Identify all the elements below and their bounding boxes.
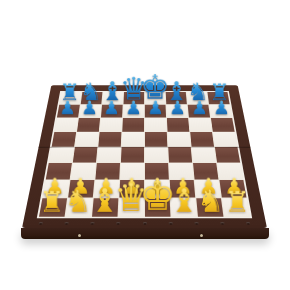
frame-dot: [194, 222, 198, 225]
frame-dot: [117, 222, 121, 225]
square-c6[interactable]: [100, 118, 122, 132]
frame-dot: [39, 222, 43, 225]
board-playfield: ♜♞♝♛♚♝♞♜♟♟♟♟♟♟♟♟♟♟♟♟♟♟♟♟♜♞♝♛♚♝♞♜: [37, 91, 252, 218]
square-c7[interactable]: ♟: [101, 105, 123, 118]
clasp-dot: [200, 234, 203, 237]
piece-blue-pawn[interactable]: ♟: [191, 99, 208, 118]
piece-yellow-rook[interactable]: ♜: [224, 188, 250, 216]
square-d6[interactable]: [122, 118, 144, 132]
square-e4[interactable]: [145, 147, 168, 162]
board-grid: ♜♞♝♛♚♝♞♜♟♟♟♟♟♟♟♟♟♟♟♟♟♟♟♟♜♞♝♛♚♝♞♜: [39, 92, 250, 217]
square-a1[interactable]: ♜: [39, 198, 67, 217]
square-f5[interactable]: [168, 132, 191, 146]
frame-dot: [246, 222, 250, 225]
square-g6[interactable]: [189, 118, 212, 132]
piece-blue-pawn[interactable]: ♟: [59, 99, 76, 118]
frame-dot: [143, 222, 147, 225]
frame-dot: [168, 222, 172, 225]
chess-board: ♜♞♝♛♚♝♞♜♟♟♟♟♟♟♟♟♟♟♟♟♟♟♟♟♜♞♝♛♚♝♞♜: [22, 85, 267, 228]
square-a7[interactable]: ♟: [57, 105, 80, 118]
square-d7[interactable]: ♟: [123, 105, 144, 118]
piece-blue-pawn[interactable]: ♟: [169, 99, 186, 118]
square-f4[interactable]: [168, 147, 192, 162]
piece-blue-pawn[interactable]: ♟: [213, 99, 230, 118]
square-c5[interactable]: [98, 132, 121, 146]
chess-scene: ♜♞♝♛♚♝♞♜♟♟♟♟♟♟♟♟♟♟♟♟♟♟♟♟♜♞♝♛♚♝♞♜: [0, 0, 290, 290]
piece-blue-pawn[interactable]: ♟: [125, 99, 142, 118]
piece-yellow-bishop[interactable]: ♝: [170, 184, 199, 216]
square-e1[interactable]: ♚: [145, 198, 171, 217]
piece-blue-pawn[interactable]: ♟: [103, 99, 120, 118]
piece-blue-pawn[interactable]: ♟: [147, 99, 164, 118]
square-b4[interactable]: [73, 147, 98, 162]
square-h6[interactable]: [211, 118, 235, 132]
square-b5[interactable]: [75, 132, 99, 146]
square-a6[interactable]: [54, 118, 78, 132]
square-b7[interactable]: ♟: [79, 105, 101, 118]
square-g1[interactable]: ♞: [196, 198, 223, 217]
piece-blue-pawn[interactable]: ♟: [81, 99, 98, 118]
square-f1[interactable]: ♝: [171, 198, 197, 217]
square-e5[interactable]: [145, 132, 167, 146]
clasp-dot: [78, 234, 81, 237]
square-a5[interactable]: [52, 132, 76, 146]
square-g7[interactable]: ♟: [188, 105, 210, 118]
board-front-edge: [21, 228, 269, 239]
piece-yellow-rook[interactable]: ♜: [39, 188, 65, 216]
square-e6[interactable]: [145, 118, 167, 132]
square-g5[interactable]: [190, 132, 214, 146]
square-f7[interactable]: ♟: [166, 105, 188, 118]
square-b1[interactable]: ♞: [66, 198, 93, 217]
frame-dot-row: [39, 221, 251, 225]
square-d4[interactable]: [121, 147, 144, 162]
frame-dot: [65, 222, 69, 225]
square-g4[interactable]: [192, 147, 217, 162]
square-b6[interactable]: [77, 118, 100, 132]
square-d5[interactable]: [122, 132, 144, 146]
square-h1[interactable]: ♜: [222, 198, 250, 217]
square-h4[interactable]: [215, 147, 240, 162]
piece-yellow-knight[interactable]: ♞: [65, 186, 92, 216]
square-c4[interactable]: [97, 147, 121, 162]
square-e7[interactable]: ♟: [145, 105, 166, 118]
square-h7[interactable]: ♟: [209, 105, 232, 118]
square-h5[interactable]: [213, 132, 237, 146]
frame-dot: [91, 222, 95, 225]
square-a4[interactable]: [49, 147, 74, 162]
piece-yellow-knight[interactable]: ♞: [197, 186, 224, 216]
square-f6[interactable]: [167, 118, 189, 132]
frame-dot: [220, 222, 224, 225]
